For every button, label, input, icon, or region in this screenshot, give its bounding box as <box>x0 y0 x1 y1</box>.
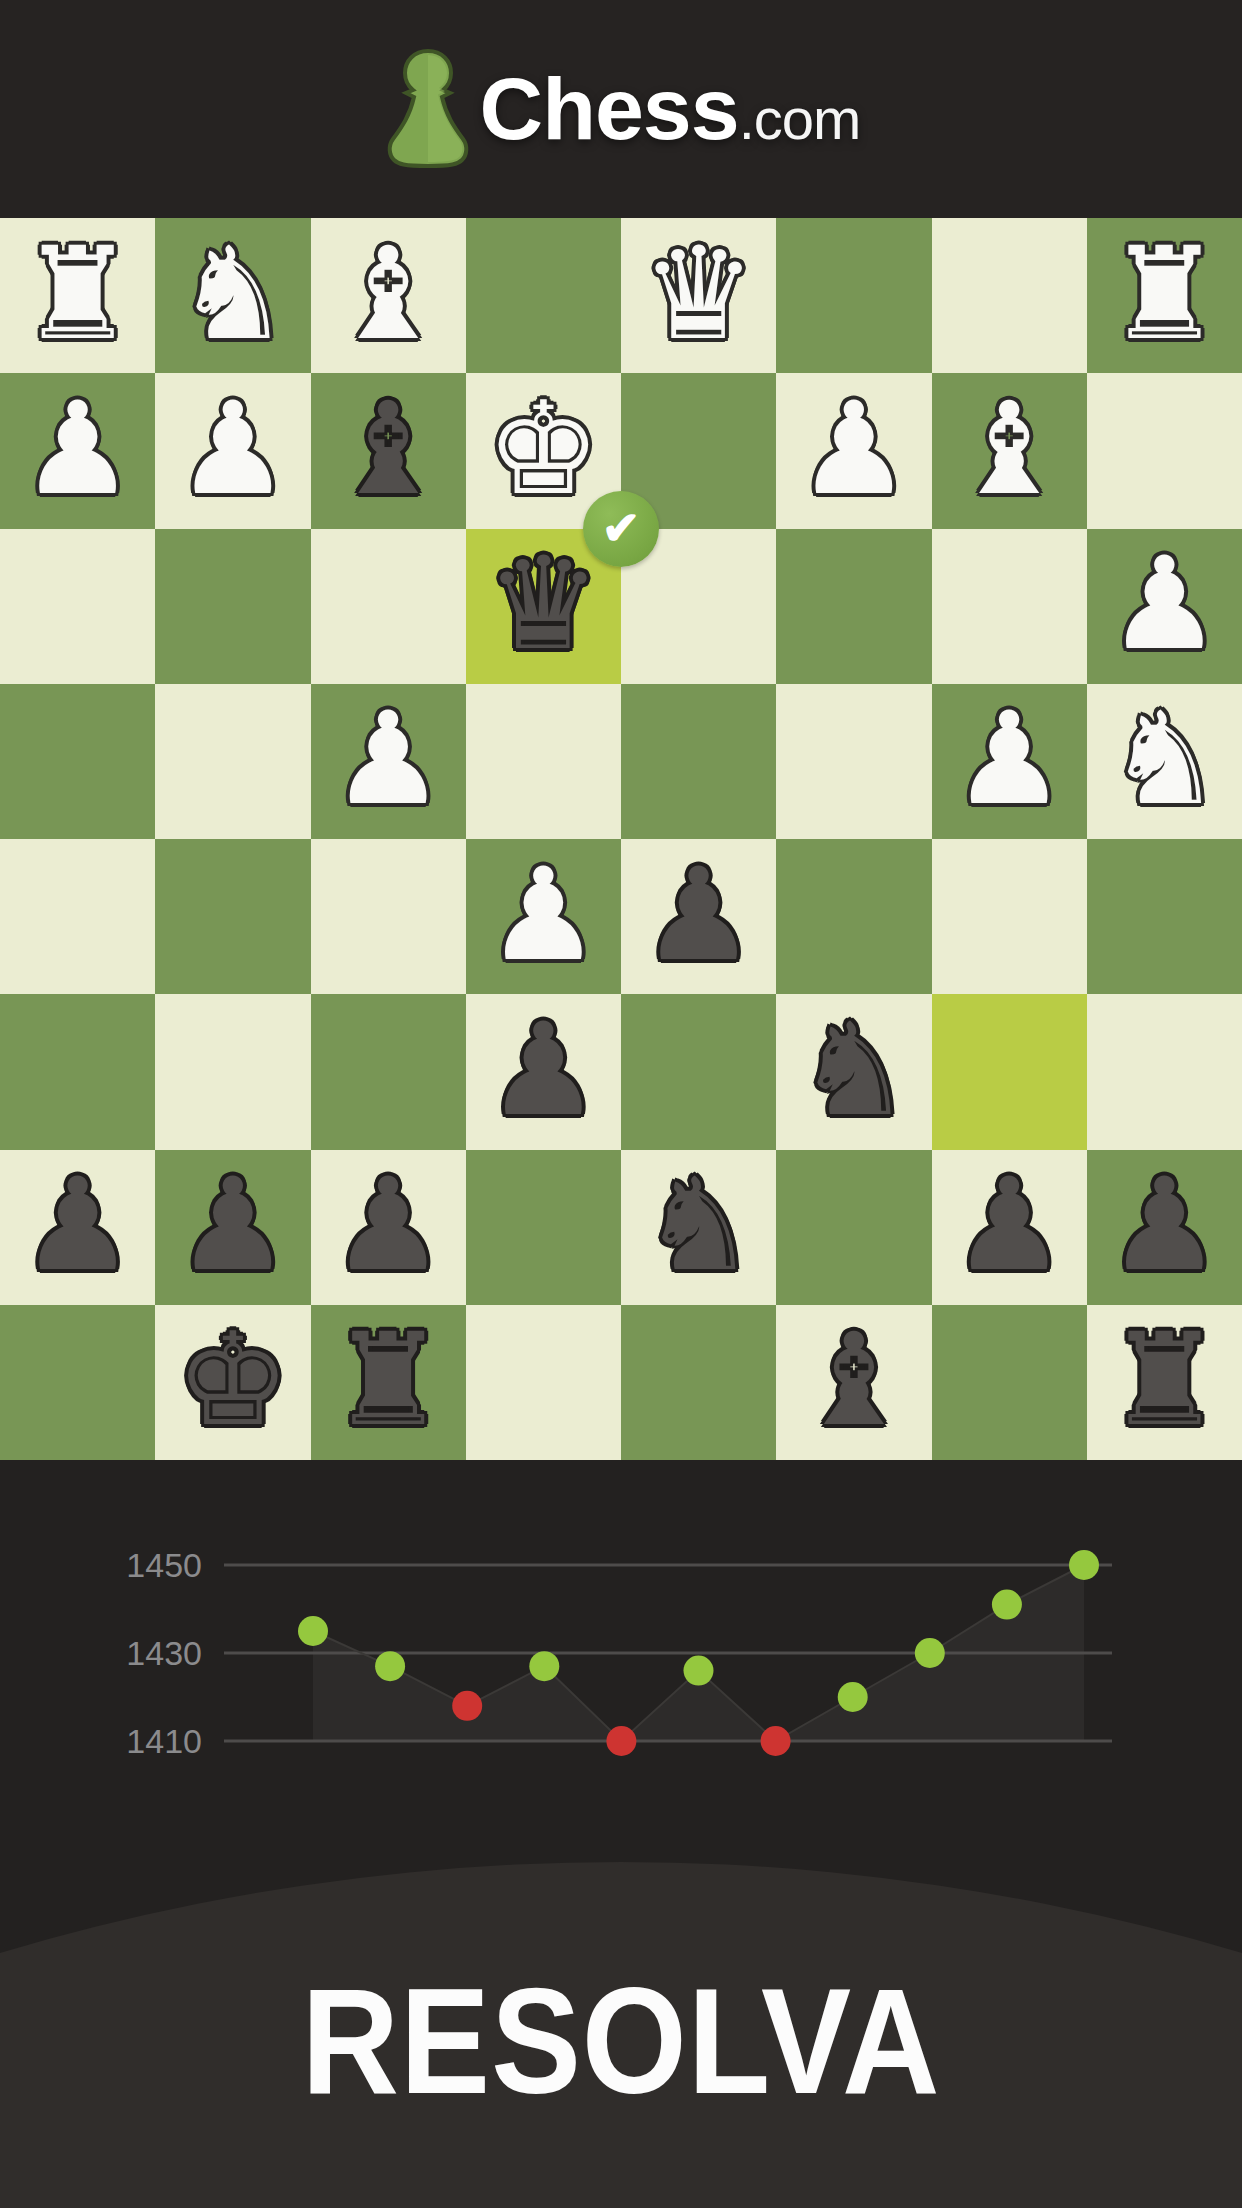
square-a1[interactable]: ♜ <box>1087 218 1242 373</box>
square-f3[interactable] <box>311 529 466 684</box>
white-knight-g1[interactable]: ♞ <box>176 230 291 358</box>
black-pawn-d5[interactable]: ♟ <box>641 851 756 979</box>
square-g7[interactable]: ♟ <box>155 1150 310 1305</box>
square-g3[interactable] <box>155 529 310 684</box>
black-pawn-a7[interactable]: ♟ <box>1107 1161 1222 1289</box>
square-h6[interactable] <box>0 994 155 1149</box>
square-g2[interactable]: ♟ <box>155 373 310 528</box>
black-rook-f8[interactable]: ♜ <box>331 1316 446 1444</box>
white-pawn-g2[interactable]: ♟ <box>176 385 291 513</box>
square-e1[interactable] <box>466 218 621 373</box>
square-g1[interactable]: ♞ <box>155 218 310 373</box>
game-dot-10-win[interactable] <box>992 1590 1022 1620</box>
square-e8[interactable] <box>466 1305 621 1460</box>
game-dot-8-win[interactable] <box>838 1682 868 1712</box>
square-b7[interactable]: ♟ <box>932 1150 1087 1305</box>
square-h5[interactable] <box>0 839 155 994</box>
black-rook-a8[interactable]: ♜ <box>1107 1316 1222 1444</box>
square-b1[interactable] <box>932 218 1087 373</box>
game-dot-1-win[interactable] <box>298 1616 328 1646</box>
logo-text: Chess .com <box>480 58 861 160</box>
square-d8[interactable] <box>621 1305 776 1460</box>
square-e4[interactable] <box>466 684 621 839</box>
square-b4[interactable]: ♟ <box>932 684 1087 839</box>
square-c1[interactable] <box>776 218 931 373</box>
black-pawn-b7[interactable]: ♟ <box>952 1161 1067 1289</box>
square-f6[interactable] <box>311 994 466 1149</box>
square-d5[interactable]: ♟ <box>621 839 776 994</box>
game-dot-9-win[interactable] <box>915 1638 945 1668</box>
white-pawn-e5[interactable]: ♟ <box>486 851 601 979</box>
cta-title: RESOLVA <box>62 1955 1180 2128</box>
logo-chess-label: Chess <box>480 58 739 160</box>
square-f1[interactable]: ♝ <box>311 218 466 373</box>
checkmark-icon: ✔ <box>602 501 641 555</box>
square-c6[interactable]: ♞ <box>776 994 931 1149</box>
square-h7[interactable]: ♟ <box>0 1150 155 1305</box>
square-b3[interactable] <box>932 529 1087 684</box>
square-a6[interactable] <box>1087 994 1242 1149</box>
chesscom-logo[interactable]: Chess .com <box>382 47 861 171</box>
black-queen-e3[interactable]: ♛ <box>486 540 601 668</box>
square-f7[interactable]: ♟ <box>311 1150 466 1305</box>
white-rook-h1[interactable]: ♜ <box>20 230 135 358</box>
black-knight-c6[interactable]: ♞ <box>797 1006 912 1134</box>
ytick-1410: 1410 <box>126 1722 202 1760</box>
square-g8[interactable]: ♚ <box>155 1305 310 1460</box>
square-d7[interactable]: ♞ <box>621 1150 776 1305</box>
game-dot-11-win[interactable] <box>1069 1550 1099 1580</box>
game-dot-7-loss[interactable] <box>761 1726 791 1756</box>
square-f8[interactable]: ♜ <box>311 1305 466 1460</box>
square-b2[interactable]: ♝ <box>932 373 1087 528</box>
black-pawn-e6[interactable]: ♟ <box>486 1006 601 1134</box>
chess-board[interactable]: ♜♞♝♛♜♟♟♝♚♟♝♛♟♟♟♞♟♟♟♞♟♟♟♞♟♟♚♜♝♜✔ <box>0 218 1242 1460</box>
white-rook-a1[interactable]: ♜ <box>1107 230 1222 358</box>
header-bar: Chess .com <box>0 0 1242 218</box>
square-e6[interactable]: ♟ <box>466 994 621 1149</box>
square-f4[interactable]: ♟ <box>311 684 466 839</box>
square-f2[interactable]: ♝ <box>311 373 466 528</box>
square-f5[interactable] <box>311 839 466 994</box>
black-king-g8[interactable]: ♚ <box>176 1316 291 1444</box>
square-a2[interactable] <box>1087 373 1242 528</box>
square-a3[interactable]: ♟ <box>1087 529 1242 684</box>
game-dot-2-win[interactable] <box>375 1651 405 1681</box>
square-c5[interactable] <box>776 839 931 994</box>
game-dot-4-win[interactable] <box>529 1651 559 1681</box>
correct-move-badge: ✔ <box>583 491 659 567</box>
pawn-logo-icon <box>382 47 474 171</box>
square-d6[interactable] <box>621 994 776 1149</box>
white-knight-a4[interactable]: ♞ <box>1107 695 1222 823</box>
square-a5[interactable] <box>1087 839 1242 994</box>
square-h2[interactable]: ♟ <box>0 373 155 528</box>
square-c7[interactable] <box>776 1150 931 1305</box>
black-bishop-f2[interactable]: ♝ <box>331 385 446 513</box>
white-pawn-f4[interactable]: ♟ <box>331 695 446 823</box>
ytick-1430: 1430 <box>126 1634 202 1672</box>
square-c3[interactable] <box>776 529 931 684</box>
square-g4[interactable] <box>155 684 310 839</box>
square-a8[interactable]: ♜ <box>1087 1305 1242 1460</box>
square-e5[interactable]: ♟ <box>466 839 621 994</box>
page: Chess .com ♜♞♝♛♜♟♟♝♚♟♝♛♟♟♟♞♟♟♟♞♟♟♟♞♟♟♚♜♝… <box>0 0 1242 2208</box>
black-pawn-f7[interactable]: ♟ <box>331 1161 446 1289</box>
game-dot-6-win[interactable] <box>684 1656 714 1686</box>
square-a4[interactable]: ♞ <box>1087 684 1242 839</box>
square-c2[interactable]: ♟ <box>776 373 931 528</box>
square-d4[interactable] <box>621 684 776 839</box>
square-h1[interactable]: ♜ <box>0 218 155 373</box>
white-queen-d1[interactable]: ♛ <box>641 230 756 358</box>
square-g6[interactable] <box>155 994 310 1149</box>
square-h4[interactable] <box>0 684 155 839</box>
black-knight-d7[interactable]: ♞ <box>641 1161 756 1289</box>
square-b8[interactable] <box>932 1305 1087 1460</box>
square-e7[interactable] <box>466 1150 621 1305</box>
white-king-e2[interactable]: ♚ <box>486 385 601 513</box>
rating-chart: 145014301410 <box>0 1460 1242 1860</box>
square-h8[interactable] <box>0 1305 155 1460</box>
game-dot-5-loss[interactable] <box>606 1726 636 1756</box>
square-h3[interactable] <box>0 529 155 684</box>
white-pawn-a3[interactable]: ♟ <box>1107 540 1222 668</box>
white-bishop-b2[interactable]: ♝ <box>952 385 1067 513</box>
square-g5[interactable] <box>155 839 310 994</box>
black-pawn-h7[interactable]: ♟ <box>20 1161 135 1289</box>
bottom-section: 145014301410 RESOLVA <box>0 1460 1242 2208</box>
white-bishop-f1[interactable]: ♝ <box>331 230 446 358</box>
logo-com-label: .com <box>739 85 861 152</box>
square-b5[interactable] <box>932 839 1087 994</box>
square-d1[interactable]: ♛ <box>621 218 776 373</box>
ytick-1450: 1450 <box>126 1546 202 1584</box>
white-pawn-h2[interactable]: ♟ <box>20 385 135 513</box>
square-b6[interactable] <box>932 994 1087 1149</box>
square-a7[interactable]: ♟ <box>1087 1150 1242 1305</box>
square-c8[interactable]: ♝ <box>776 1305 931 1460</box>
black-bishop-c8[interactable]: ♝ <box>797 1316 912 1444</box>
black-pawn-g7[interactable]: ♟ <box>176 1161 291 1289</box>
white-pawn-b4[interactable]: ♟ <box>952 695 1067 823</box>
square-c4[interactable] <box>776 684 931 839</box>
white-pawn-c2[interactable]: ♟ <box>797 385 912 513</box>
game-dot-3-loss[interactable] <box>452 1691 482 1721</box>
